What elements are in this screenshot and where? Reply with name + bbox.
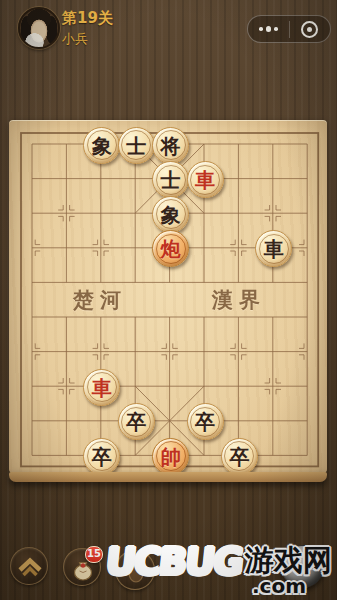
piece-black-chariot[interactable]: 車 — [255, 230, 292, 267]
piece-char: 卒 — [126, 412, 146, 432]
wechat-capsule — [247, 15, 331, 43]
piece-char: 象 — [92, 136, 112, 156]
piece-char: 車 — [264, 239, 284, 259]
piece-black-elephant[interactable]: 象 — [152, 196, 189, 233]
piece-red-chariot[interactable]: 車 — [83, 369, 120, 406]
expand-menu-button[interactable] — [10, 547, 48, 585]
piece-black-advisor[interactable]: 士 — [118, 127, 155, 164]
watermark-bug: BUG — [157, 541, 244, 583]
pieces-layer: 象士将士車象炮車車卒卒卒帥卒 — [9, 120, 327, 473]
piece-char: 車 — [195, 170, 215, 190]
piece-char: 卒 — [195, 412, 215, 432]
piece-char: 卒 — [229, 447, 249, 467]
piece-char: 象 — [161, 205, 181, 225]
piece-red-general[interactable]: 帥 — [152, 438, 189, 475]
piece-char: 士 — [161, 170, 181, 190]
target-icon — [301, 21, 318, 38]
level-subtitle: 小兵 — [62, 32, 113, 45]
hint-bag-button[interactable]: 15 — [63, 548, 101, 586]
piece-char: 将 — [161, 136, 181, 156]
hint-badge: 15 — [85, 546, 103, 563]
dot-icon — [266, 26, 272, 32]
piece-black-general[interactable]: 将 — [152, 127, 189, 164]
more-options-button[interactable] — [248, 16, 289, 42]
watermark-tld: .com — [252, 574, 306, 598]
piece-char: 炮 — [161, 239, 181, 259]
chevron-up-icon — [11, 548, 49, 586]
level-header: 第19关 小兵 — [62, 11, 113, 45]
piece-red-chariot[interactable]: 車 — [187, 161, 224, 198]
piece-char: 卒 — [92, 447, 112, 467]
player-avatar — [18, 7, 60, 49]
piece-black-soldier[interactable]: 卒 — [187, 403, 224, 440]
xiangqi-board[interactable]: 楚河 漢界 象士将士車象炮車車卒卒卒帥卒 — [9, 120, 327, 473]
piece-char: 士 — [126, 136, 146, 156]
dot-icon — [274, 27, 278, 31]
piece-char: 帥 — [161, 447, 181, 467]
xiangqi-app: 第19关 小兵 楚河 漢界 象士将士車象炮車車卒卒卒帥卒 — [0, 0, 337, 600]
piece-black-soldier[interactable]: 卒 — [83, 438, 120, 475]
piece-black-advisor[interactable]: 士 — [152, 161, 189, 198]
piece-black-soldier[interactable]: 卒 — [221, 438, 258, 475]
dot-icon — [259, 27, 263, 31]
watermark-site: 游戏网 — [245, 543, 332, 577]
watermark-uc: UC — [104, 541, 162, 583]
piece-red-cannon[interactable]: 炮 — [152, 230, 189, 267]
piece-black-elephant[interactable]: 象 — [83, 127, 120, 164]
exit-button[interactable] — [290, 16, 331, 42]
piece-char: 車 — [92, 378, 112, 398]
ucbug-watermark: UC BUG 游戏网 .com — [106, 541, 332, 583]
piece-black-soldier[interactable]: 卒 — [118, 403, 155, 440]
level-title: 第19关 — [62, 11, 113, 26]
